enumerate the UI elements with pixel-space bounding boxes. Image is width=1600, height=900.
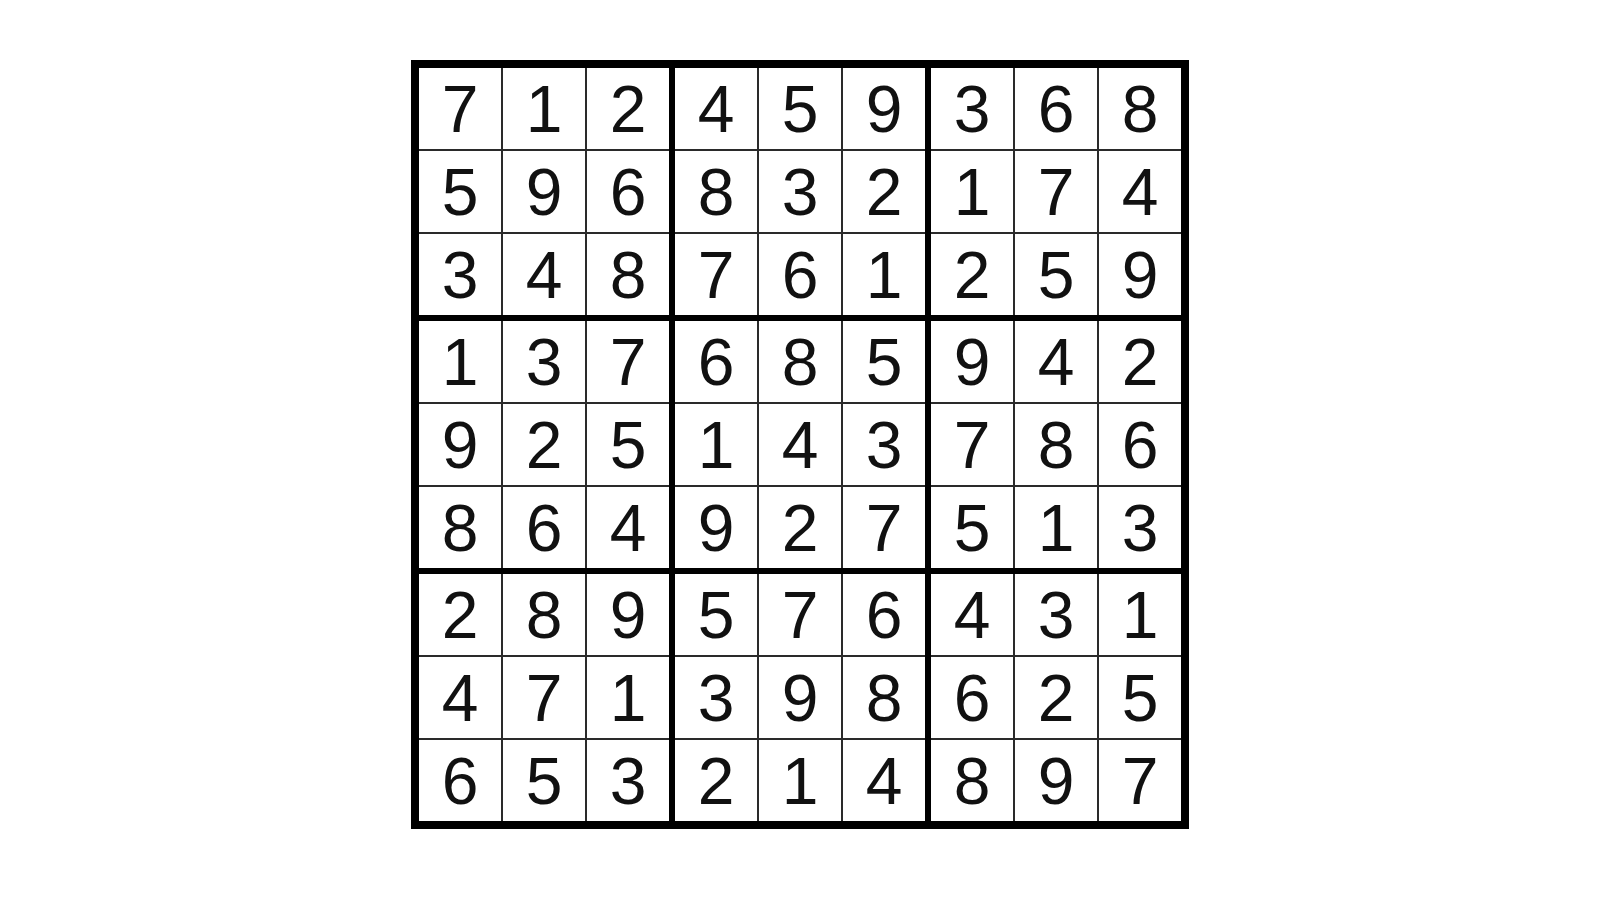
sudoku-cell[interactable]: 4 xyxy=(419,657,501,738)
sudoku-cell[interactable]: 9 xyxy=(1015,740,1097,821)
sudoku-box: 576398214 xyxy=(675,574,925,821)
sudoku-cell[interactable]: 7 xyxy=(675,234,757,315)
sudoku-cell[interactable]: 9 xyxy=(1099,234,1181,315)
sudoku-cell[interactable]: 2 xyxy=(675,740,757,821)
sudoku-cell[interactable]: 8 xyxy=(843,657,925,738)
sudoku-cell[interactable]: 3 xyxy=(759,151,841,232)
sudoku-cell[interactable]: 4 xyxy=(503,234,585,315)
sudoku-cell[interactable]: 6 xyxy=(931,657,1013,738)
sudoku-box: 712596348 xyxy=(419,68,669,315)
sudoku-board: 7125963484598327613681742591379258646851… xyxy=(411,60,1189,829)
sudoku-cell[interactable]: 1 xyxy=(587,657,669,738)
sudoku-box: 289471653 xyxy=(419,574,669,821)
sudoku-cell[interactable]: 3 xyxy=(503,321,585,402)
sudoku-cell[interactable]: 8 xyxy=(675,151,757,232)
sudoku-cell[interactable]: 2 xyxy=(759,487,841,568)
sudoku-cell[interactable]: 1 xyxy=(759,740,841,821)
sudoku-cell[interactable]: 7 xyxy=(419,68,501,149)
sudoku-cell[interactable]: 9 xyxy=(843,68,925,149)
sudoku-cell[interactable]: 3 xyxy=(1015,574,1097,655)
sudoku-cell[interactable]: 7 xyxy=(1099,740,1181,821)
sudoku-cell[interactable]: 5 xyxy=(675,574,757,655)
sudoku-cell[interactable]: 4 xyxy=(759,404,841,485)
sudoku-cell[interactable]: 5 xyxy=(759,68,841,149)
sudoku-cell[interactable]: 9 xyxy=(759,657,841,738)
sudoku-cell[interactable]: 2 xyxy=(1015,657,1097,738)
sudoku-cell[interactable]: 5 xyxy=(1099,657,1181,738)
sudoku-cell[interactable]: 3 xyxy=(675,657,757,738)
sudoku-box: 459832761 xyxy=(675,68,925,315)
sudoku-cell[interactable]: 9 xyxy=(587,574,669,655)
sudoku-cell[interactable]: 6 xyxy=(843,574,925,655)
sudoku-cell[interactable]: 4 xyxy=(1015,321,1097,402)
sudoku-cell[interactable]: 2 xyxy=(931,234,1013,315)
sudoku-cell[interactable]: 3 xyxy=(1099,487,1181,568)
sudoku-cell[interactable]: 3 xyxy=(931,68,1013,149)
sudoku-cell[interactable]: 4 xyxy=(931,574,1013,655)
sudoku-cell[interactable]: 2 xyxy=(1099,321,1181,402)
sudoku-cell[interactable]: 4 xyxy=(587,487,669,568)
sudoku-cell[interactable]: 8 xyxy=(419,487,501,568)
sudoku-cell[interactable]: 1 xyxy=(843,234,925,315)
sudoku-cell[interactable]: 5 xyxy=(931,487,1013,568)
sudoku-cell[interactable]: 8 xyxy=(1099,68,1181,149)
sudoku-cell[interactable]: 8 xyxy=(587,234,669,315)
sudoku-cell[interactable]: 1 xyxy=(675,404,757,485)
sudoku-cell[interactable]: 3 xyxy=(843,404,925,485)
sudoku-cell[interactable]: 6 xyxy=(759,234,841,315)
sudoku-box: 368174259 xyxy=(931,68,1181,315)
sudoku-cell[interactable]: 1 xyxy=(1099,574,1181,655)
sudoku-cell[interactable]: 9 xyxy=(419,404,501,485)
sudoku-box: 137925864 xyxy=(419,321,669,568)
sudoku-cell[interactable]: 6 xyxy=(503,487,585,568)
sudoku-box: 942786513 xyxy=(931,321,1181,568)
sudoku-cell[interactable]: 9 xyxy=(931,321,1013,402)
sudoku-cell[interactable]: 2 xyxy=(419,574,501,655)
sudoku-cell[interactable]: 9 xyxy=(503,151,585,232)
sudoku-cell[interactable]: 7 xyxy=(759,574,841,655)
sudoku-cell[interactable]: 5 xyxy=(587,404,669,485)
sudoku-cell[interactable]: 5 xyxy=(503,740,585,821)
sudoku-cell[interactable]: 1 xyxy=(1015,487,1097,568)
sudoku-box: 685143927 xyxy=(675,321,925,568)
sudoku-box: 431625897 xyxy=(931,574,1181,821)
sudoku-cell[interactable]: 5 xyxy=(1015,234,1097,315)
sudoku-cell[interactable]: 4 xyxy=(675,68,757,149)
sudoku-cell[interactable]: 8 xyxy=(503,574,585,655)
sudoku-cell[interactable]: 3 xyxy=(587,740,669,821)
sudoku-cell[interactable]: 6 xyxy=(419,740,501,821)
sudoku-cell[interactable]: 3 xyxy=(419,234,501,315)
sudoku-cell[interactable]: 1 xyxy=(503,68,585,149)
sudoku-cell[interactable]: 6 xyxy=(1015,68,1097,149)
sudoku-cell[interactable]: 8 xyxy=(1015,404,1097,485)
sudoku-cell[interactable]: 7 xyxy=(503,657,585,738)
sudoku-cell[interactable]: 4 xyxy=(1099,151,1181,232)
sudoku-cell[interactable]: 2 xyxy=(587,68,669,149)
sudoku-cell[interactable]: 6 xyxy=(675,321,757,402)
sudoku-cell[interactable]: 8 xyxy=(931,740,1013,821)
sudoku-cell[interactable]: 5 xyxy=(843,321,925,402)
sudoku-cell[interactable]: 7 xyxy=(843,487,925,568)
sudoku-cell[interactable]: 4 xyxy=(843,740,925,821)
page: 7125963484598327613681742591379258646851… xyxy=(0,0,1600,900)
sudoku-cell[interactable]: 7 xyxy=(1015,151,1097,232)
sudoku-cell[interactable]: 7 xyxy=(931,404,1013,485)
sudoku-cell[interactable]: 9 xyxy=(675,487,757,568)
sudoku-cell[interactable]: 7 xyxy=(587,321,669,402)
sudoku-cell[interactable]: 2 xyxy=(503,404,585,485)
sudoku-cell[interactable]: 1 xyxy=(931,151,1013,232)
sudoku-cell[interactable]: 6 xyxy=(1099,404,1181,485)
sudoku-cell[interactable]: 2 xyxy=(843,151,925,232)
sudoku-cell[interactable]: 1 xyxy=(419,321,501,402)
sudoku-cell[interactable]: 5 xyxy=(419,151,501,232)
sudoku-cell[interactable]: 6 xyxy=(587,151,669,232)
sudoku-cell[interactable]: 8 xyxy=(759,321,841,402)
